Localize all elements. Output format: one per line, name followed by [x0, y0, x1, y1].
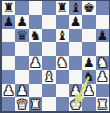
chess-board-screenshot: ♜♜♝♚♟♟♟♛♞♝♟♟♞♟♞♝♞♟♟♟♟♟♛♜♚♜: [0, 0, 110, 113]
square-c1[interactable]: ♜: [29, 97, 42, 111]
square-b4[interactable]: [15, 56, 28, 70]
piece-white-rook[interactable]: ♜: [30, 97, 42, 110]
piece-black-king[interactable]: ♚: [83, 1, 95, 14]
piece-black-pawn[interactable]: ♟: [3, 15, 15, 28]
square-g2[interactable]: ♟: [82, 84, 95, 98]
piece-white-queen[interactable]: ♛: [16, 97, 28, 110]
piece-black-pawn[interactable]: ♟: [16, 15, 28, 28]
square-d5[interactable]: [42, 42, 55, 56]
square-e1[interactable]: [56, 97, 69, 111]
piece-black-queen[interactable]: ♛: [16, 28, 28, 41]
square-g1[interactable]: [82, 97, 95, 111]
square-a4[interactable]: [2, 56, 15, 70]
square-h8[interactable]: [96, 1, 109, 15]
square-b6[interactable]: ♛: [15, 29, 28, 43]
piece-white-pawn[interactable]: ♟: [83, 83, 95, 96]
square-c3[interactable]: [29, 70, 42, 84]
square-g6[interactable]: [82, 29, 95, 43]
square-e6[interactable]: ♝: [56, 29, 69, 43]
square-f5[interactable]: [69, 42, 82, 56]
square-b5[interactable]: [15, 42, 28, 56]
square-a6[interactable]: [2, 29, 15, 43]
square-f6[interactable]: [69, 29, 82, 43]
piece-white-pawn[interactable]: ♟: [30, 56, 42, 69]
piece-white-knight[interactable]: ♞: [56, 56, 68, 69]
piece-white-pawn[interactable]: ♟: [3, 83, 15, 96]
square-a2[interactable]: ♟: [2, 84, 15, 98]
square-e3[interactable]: [56, 70, 69, 84]
square-h3[interactable]: ♟: [96, 70, 109, 84]
piece-white-pawn[interactable]: ♟: [16, 83, 28, 96]
piece-black-knight[interactable]: ♞: [83, 70, 95, 83]
piece-black-knight[interactable]: ♞: [30, 28, 42, 41]
piece-black-rook[interactable]: ♜: [56, 1, 68, 14]
square-d6[interactable]: [42, 29, 55, 43]
piece-black-bishop[interactable]: ♝: [70, 1, 82, 14]
piece-white-pawn[interactable]: ♟: [96, 70, 108, 83]
square-a7[interactable]: ♟: [2, 15, 15, 29]
square-b1[interactable]: ♛: [15, 97, 28, 111]
piece-black-bishop[interactable]: ♝: [56, 28, 68, 41]
square-e8[interactable]: ♜: [56, 1, 69, 15]
square-h6[interactable]: ♟: [96, 29, 109, 43]
square-d3[interactable]: ♝: [42, 70, 55, 84]
square-d2[interactable]: [42, 84, 55, 98]
piece-white-knight[interactable]: ♞: [96, 56, 108, 69]
square-e4[interactable]: ♞: [56, 56, 69, 70]
square-c6[interactable]: ♞: [29, 29, 42, 43]
square-d8[interactable]: [42, 1, 55, 15]
square-d1[interactable]: [42, 97, 55, 111]
square-f7[interactable]: ♟: [69, 15, 82, 29]
piece-white-pawn[interactable]: ♟: [70, 83, 82, 96]
piece-black-pawn[interactable]: ♟: [70, 15, 82, 28]
square-c8[interactable]: [29, 1, 42, 15]
square-f1[interactable]: ♚: [69, 97, 82, 111]
square-g7[interactable]: [82, 15, 95, 29]
square-d7[interactable]: [42, 15, 55, 29]
square-c4[interactable]: ♟: [29, 56, 42, 70]
square-e2[interactable]: [56, 84, 69, 98]
square-a1[interactable]: [2, 97, 15, 111]
piece-black-pawn[interactable]: ♟: [83, 56, 95, 69]
chess-board[interactable]: ♜♜♝♚♟♟♟♛♞♝♟♟♞♟♞♝♞♟♟♟♟♟♛♜♚♜: [2, 1, 109, 111]
piece-white-bishop[interactable]: ♝: [43, 70, 55, 83]
square-f4[interactable]: [69, 56, 82, 70]
piece-black-pawn[interactable]: ♟: [96, 28, 108, 41]
square-h1[interactable]: ♜: [96, 97, 109, 111]
square-a5[interactable]: [2, 42, 15, 56]
piece-white-king[interactable]: ♚: [70, 97, 82, 110]
piece-white-rook[interactable]: ♜: [96, 97, 108, 110]
piece-black-rook[interactable]: ♜: [3, 1, 15, 14]
square-g8[interactable]: ♚: [82, 1, 95, 15]
